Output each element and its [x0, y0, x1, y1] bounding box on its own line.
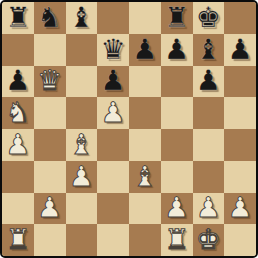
square-e7[interactable]: ♟: [129, 34, 161, 66]
chess-board-grid: ♜♞♝♜♚♛♟♟♝♟♟♛♟♟♞♟♟♝♟♝♟♟♟♟♜♜♚: [2, 2, 256, 256]
square-c7[interactable]: [66, 34, 98, 66]
square-b5[interactable]: [34, 97, 66, 129]
square-d5[interactable]: ♟: [97, 97, 129, 129]
square-e8[interactable]: [129, 2, 161, 34]
square-d1[interactable]: [97, 224, 129, 256]
square-g1[interactable]: ♚: [193, 224, 225, 256]
square-e4[interactable]: [129, 129, 161, 161]
square-h7[interactable]: ♟: [224, 34, 256, 66]
square-c4[interactable]: ♝: [66, 129, 98, 161]
square-a6[interactable]: ♟: [2, 66, 34, 98]
square-h6[interactable]: [224, 66, 256, 98]
square-e5[interactable]: [129, 97, 161, 129]
square-g7[interactable]: ♝: [193, 34, 225, 66]
square-f4[interactable]: [161, 129, 193, 161]
square-f6[interactable]: [161, 66, 193, 98]
piece-black-knight[interactable]: ♞: [37, 4, 62, 32]
square-c5[interactable]: [66, 97, 98, 129]
square-g2[interactable]: ♟: [193, 193, 225, 225]
square-h1[interactable]: [224, 224, 256, 256]
piece-black-rook[interactable]: ♜: [164, 4, 189, 32]
piece-white-pawn[interactable]: ♟: [37, 194, 62, 222]
square-f5[interactable]: [161, 97, 193, 129]
square-a1[interactable]: ♜: [2, 224, 34, 256]
square-e2[interactable]: [129, 193, 161, 225]
piece-black-pawn[interactable]: ♟: [196, 67, 221, 95]
square-g8[interactable]: ♚: [193, 2, 225, 34]
piece-white-pawn[interactable]: ♟: [196, 194, 221, 222]
square-a8[interactable]: ♜: [2, 2, 34, 34]
piece-white-bishop[interactable]: ♝: [132, 163, 157, 191]
square-f2[interactable]: ♟: [161, 193, 193, 225]
square-a4[interactable]: ♟: [2, 129, 34, 161]
piece-black-bishop[interactable]: ♝: [69, 4, 94, 32]
square-c8[interactable]: ♝: [66, 2, 98, 34]
square-d3[interactable]: [97, 161, 129, 193]
square-g6[interactable]: ♟: [193, 66, 225, 98]
piece-black-rook[interactable]: ♜: [5, 4, 30, 32]
square-d7[interactable]: ♛: [97, 34, 129, 66]
square-a5[interactable]: ♞: [2, 97, 34, 129]
square-g3[interactable]: [193, 161, 225, 193]
piece-black-pawn[interactable]: ♟: [101, 67, 126, 95]
piece-black-pawn[interactable]: ♟: [228, 36, 253, 64]
piece-white-king[interactable]: ♚: [196, 226, 221, 254]
square-a7[interactable]: [2, 34, 34, 66]
piece-black-pawn[interactable]: ♟: [164, 36, 189, 64]
square-b6[interactable]: ♛: [34, 66, 66, 98]
square-g4[interactable]: [193, 129, 225, 161]
square-e1[interactable]: [129, 224, 161, 256]
square-d8[interactable]: [97, 2, 129, 34]
square-b3[interactable]: [34, 161, 66, 193]
piece-white-rook[interactable]: ♜: [164, 226, 189, 254]
piece-white-pawn[interactable]: ♟: [228, 194, 253, 222]
chess-board: ♜♞♝♜♚♛♟♟♝♟♟♛♟♟♞♟♟♝♟♝♟♟♟♟♜♜♚: [0, 0, 258, 258]
square-b1[interactable]: [34, 224, 66, 256]
square-d4[interactable]: [97, 129, 129, 161]
piece-black-queen[interactable]: ♛: [101, 36, 126, 64]
square-b7[interactable]: [34, 34, 66, 66]
square-h2[interactable]: ♟: [224, 193, 256, 225]
piece-white-pawn[interactable]: ♟: [5, 131, 30, 159]
piece-white-knight[interactable]: ♞: [5, 99, 30, 127]
square-d6[interactable]: ♟: [97, 66, 129, 98]
square-h5[interactable]: [224, 97, 256, 129]
square-a2[interactable]: [2, 193, 34, 225]
square-c2[interactable]: [66, 193, 98, 225]
piece-white-bishop[interactable]: ♝: [69, 131, 94, 159]
square-b2[interactable]: ♟: [34, 193, 66, 225]
square-c1[interactable]: [66, 224, 98, 256]
square-a3[interactable]: [2, 161, 34, 193]
square-h8[interactable]: [224, 2, 256, 34]
piece-black-king[interactable]: ♚: [196, 4, 221, 32]
square-b4[interactable]: [34, 129, 66, 161]
piece-white-rook[interactable]: ♜: [5, 226, 30, 254]
square-f3[interactable]: [161, 161, 193, 193]
square-c6[interactable]: [66, 66, 98, 98]
piece-white-queen[interactable]: ♛: [37, 67, 62, 95]
piece-black-bishop[interactable]: ♝: [196, 36, 221, 64]
square-h4[interactable]: [224, 129, 256, 161]
square-b8[interactable]: ♞: [34, 2, 66, 34]
square-g5[interactable]: [193, 97, 225, 129]
square-e6[interactable]: [129, 66, 161, 98]
square-f8[interactable]: ♜: [161, 2, 193, 34]
piece-white-pawn[interactable]: ♟: [101, 99, 126, 127]
piece-white-pawn[interactable]: ♟: [164, 194, 189, 222]
square-h3[interactable]: [224, 161, 256, 193]
square-f1[interactable]: ♜: [161, 224, 193, 256]
piece-white-pawn[interactable]: ♟: [69, 163, 94, 191]
square-d2[interactable]: [97, 193, 129, 225]
square-e3[interactable]: ♝: [129, 161, 161, 193]
square-f7[interactable]: ♟: [161, 34, 193, 66]
piece-black-pawn[interactable]: ♟: [5, 67, 30, 95]
piece-black-pawn[interactable]: ♟: [132, 36, 157, 64]
square-c3[interactable]: ♟: [66, 161, 98, 193]
